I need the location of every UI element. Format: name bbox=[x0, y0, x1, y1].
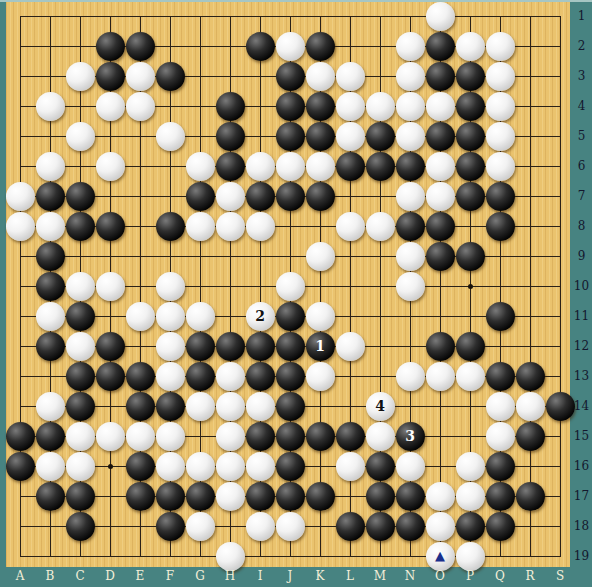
stone bbox=[486, 92, 515, 121]
stone bbox=[216, 422, 245, 451]
go-app-window: 2143▲ ABCDEFGHIJKLMNOPQRS123456789101112… bbox=[0, 0, 592, 587]
stone bbox=[186, 212, 215, 241]
row-label: 17 bbox=[571, 489, 592, 503]
stone bbox=[396, 212, 425, 241]
stone bbox=[486, 62, 515, 91]
stone bbox=[426, 92, 455, 121]
column-label: I bbox=[250, 569, 270, 583]
stone bbox=[456, 512, 485, 541]
row-label: 6 bbox=[571, 159, 592, 173]
stone bbox=[426, 482, 455, 511]
stone bbox=[156, 512, 185, 541]
stone bbox=[186, 392, 215, 421]
stone bbox=[216, 452, 245, 481]
stone bbox=[306, 62, 335, 91]
stone bbox=[276, 62, 305, 91]
row-label: 18 bbox=[571, 519, 592, 533]
stone bbox=[486, 392, 515, 421]
stone bbox=[66, 332, 95, 361]
column-label: H bbox=[220, 569, 240, 583]
stone bbox=[276, 452, 305, 481]
stone bbox=[66, 422, 95, 451]
stone bbox=[486, 482, 515, 511]
move-number-label: 2 bbox=[255, 309, 265, 323]
stone bbox=[306, 32, 335, 61]
row-label: 8 bbox=[571, 219, 592, 233]
row-label: 3 bbox=[571, 69, 592, 83]
column-label: S bbox=[550, 569, 570, 583]
stone bbox=[276, 182, 305, 211]
stone bbox=[306, 182, 335, 211]
stone bbox=[66, 512, 95, 541]
column-label: B bbox=[40, 569, 60, 583]
stone bbox=[336, 152, 365, 181]
move-number-label: 3 bbox=[405, 429, 415, 443]
stone bbox=[396, 272, 425, 301]
stone bbox=[246, 332, 275, 361]
stone bbox=[96, 152, 125, 181]
column-label: K bbox=[310, 569, 330, 583]
stone bbox=[426, 32, 455, 61]
stone bbox=[426, 122, 455, 151]
row-label: 5 bbox=[571, 129, 592, 143]
stone bbox=[366, 452, 395, 481]
stone bbox=[396, 512, 425, 541]
stone bbox=[156, 122, 185, 151]
column-label: A bbox=[10, 569, 30, 583]
stone bbox=[36, 212, 65, 241]
stone bbox=[336, 512, 365, 541]
star-point bbox=[468, 284, 473, 289]
row-label: 2 bbox=[571, 39, 592, 53]
stone bbox=[336, 212, 365, 241]
stone bbox=[66, 272, 95, 301]
stone bbox=[156, 422, 185, 451]
stone bbox=[366, 152, 395, 181]
stone bbox=[396, 92, 425, 121]
column-label: C bbox=[70, 569, 90, 583]
stone bbox=[126, 422, 155, 451]
stone bbox=[216, 152, 245, 181]
stone bbox=[216, 482, 245, 511]
stone bbox=[96, 62, 125, 91]
stone bbox=[276, 422, 305, 451]
stone bbox=[396, 362, 425, 391]
stone bbox=[456, 482, 485, 511]
stone bbox=[36, 152, 65, 181]
star-point bbox=[108, 464, 113, 469]
stone bbox=[66, 302, 95, 331]
stone bbox=[486, 512, 515, 541]
stone bbox=[246, 452, 275, 481]
stone bbox=[96, 32, 125, 61]
stone bbox=[336, 332, 365, 361]
stone bbox=[426, 242, 455, 271]
stone bbox=[126, 92, 155, 121]
stone bbox=[216, 212, 245, 241]
column-label: O bbox=[430, 569, 450, 583]
stone bbox=[306, 362, 335, 391]
stone bbox=[36, 422, 65, 451]
stone bbox=[216, 392, 245, 421]
stone bbox=[36, 302, 65, 331]
stone bbox=[66, 62, 95, 91]
stone bbox=[246, 512, 275, 541]
stone bbox=[36, 182, 65, 211]
row-label: 19 bbox=[571, 549, 592, 563]
stone bbox=[36, 452, 65, 481]
stone bbox=[366, 422, 395, 451]
stone bbox=[156, 272, 185, 301]
stone bbox=[246, 212, 275, 241]
stone bbox=[486, 182, 515, 211]
stone bbox=[276, 362, 305, 391]
stone bbox=[186, 362, 215, 391]
stone bbox=[396, 32, 425, 61]
stone bbox=[426, 212, 455, 241]
row-label: 13 bbox=[571, 369, 592, 383]
stone bbox=[126, 362, 155, 391]
stone bbox=[426, 62, 455, 91]
stone bbox=[276, 32, 305, 61]
stone bbox=[516, 482, 545, 511]
stone bbox=[456, 32, 485, 61]
stone bbox=[96, 332, 125, 361]
column-label: E bbox=[130, 569, 150, 583]
stone bbox=[486, 452, 515, 481]
triangle-marked-stone: ▲ bbox=[426, 542, 455, 571]
move-number-label: 4 bbox=[375, 399, 385, 413]
column-label: R bbox=[520, 569, 540, 583]
stone bbox=[366, 212, 395, 241]
stone bbox=[396, 242, 425, 271]
stone bbox=[66, 212, 95, 241]
stone bbox=[36, 92, 65, 121]
move-number-stone: 2 bbox=[246, 302, 275, 331]
stone bbox=[36, 392, 65, 421]
stone bbox=[456, 362, 485, 391]
stone bbox=[336, 62, 365, 91]
stone bbox=[246, 32, 275, 61]
stone bbox=[36, 242, 65, 271]
stone bbox=[396, 482, 425, 511]
stone bbox=[336, 92, 365, 121]
stone bbox=[156, 302, 185, 331]
stone bbox=[276, 512, 305, 541]
stone bbox=[426, 152, 455, 181]
stone bbox=[246, 152, 275, 181]
stone bbox=[66, 392, 95, 421]
stone bbox=[156, 482, 185, 511]
stone bbox=[336, 422, 365, 451]
column-label: P bbox=[460, 569, 480, 583]
stone bbox=[276, 392, 305, 421]
stone bbox=[336, 122, 365, 151]
stone bbox=[456, 62, 485, 91]
stone bbox=[276, 122, 305, 151]
move-number-label: 1 bbox=[315, 339, 325, 353]
move-number-stone: 4 bbox=[366, 392, 395, 421]
row-label: 9 bbox=[571, 249, 592, 263]
stone bbox=[66, 362, 95, 391]
stone bbox=[366, 122, 395, 151]
stone bbox=[96, 212, 125, 241]
stone bbox=[426, 182, 455, 211]
stone bbox=[276, 92, 305, 121]
stone bbox=[306, 242, 335, 271]
stone bbox=[366, 482, 395, 511]
row-label: 11 bbox=[571, 309, 592, 323]
stone bbox=[186, 512, 215, 541]
stone bbox=[276, 152, 305, 181]
stone bbox=[516, 422, 545, 451]
stone bbox=[126, 62, 155, 91]
stone bbox=[96, 362, 125, 391]
stone bbox=[96, 272, 125, 301]
stone bbox=[486, 32, 515, 61]
stone bbox=[516, 392, 545, 421]
stone bbox=[396, 182, 425, 211]
triangle-marker-icon: ▲ bbox=[435, 549, 445, 562]
stone bbox=[186, 482, 215, 511]
stone bbox=[216, 542, 245, 571]
stone bbox=[396, 122, 425, 151]
stone bbox=[486, 122, 515, 151]
row-label: 15 bbox=[571, 429, 592, 443]
stone bbox=[426, 512, 455, 541]
stone bbox=[276, 332, 305, 361]
stone bbox=[186, 332, 215, 361]
row-label: 1 bbox=[571, 9, 592, 23]
stone bbox=[156, 452, 185, 481]
stone bbox=[306, 122, 335, 151]
stone bbox=[456, 92, 485, 121]
stone bbox=[156, 362, 185, 391]
stone bbox=[276, 302, 305, 331]
stone bbox=[6, 452, 35, 481]
column-label: F bbox=[160, 569, 180, 583]
stone bbox=[396, 62, 425, 91]
stone bbox=[486, 152, 515, 181]
row-label: 16 bbox=[571, 459, 592, 473]
stone bbox=[126, 32, 155, 61]
stone bbox=[246, 422, 275, 451]
stone bbox=[246, 362, 275, 391]
stone bbox=[246, 482, 275, 511]
stone bbox=[426, 2, 455, 31]
stone bbox=[426, 332, 455, 361]
stone bbox=[6, 212, 35, 241]
stone bbox=[126, 392, 155, 421]
stone bbox=[306, 422, 335, 451]
stone bbox=[96, 422, 125, 451]
stone bbox=[186, 302, 215, 331]
stone bbox=[186, 152, 215, 181]
stone bbox=[216, 92, 245, 121]
stone bbox=[396, 452, 425, 481]
stone bbox=[66, 182, 95, 211]
stone bbox=[6, 182, 35, 211]
stone bbox=[126, 452, 155, 481]
stone bbox=[486, 212, 515, 241]
column-label: G bbox=[190, 569, 210, 583]
stone bbox=[486, 302, 515, 331]
stone bbox=[36, 332, 65, 361]
stone bbox=[216, 182, 245, 211]
row-label: 14 bbox=[571, 399, 592, 413]
stone bbox=[306, 302, 335, 331]
stone bbox=[366, 512, 395, 541]
stone bbox=[36, 272, 65, 301]
stone bbox=[456, 332, 485, 361]
column-label: M bbox=[370, 569, 390, 583]
stone bbox=[456, 242, 485, 271]
stone bbox=[516, 362, 545, 391]
stone bbox=[456, 452, 485, 481]
stone bbox=[366, 92, 395, 121]
stone bbox=[96, 92, 125, 121]
stone bbox=[66, 482, 95, 511]
column-label: N bbox=[400, 569, 420, 583]
stone bbox=[276, 272, 305, 301]
stone bbox=[36, 482, 65, 511]
column-label: Q bbox=[490, 569, 510, 583]
stone bbox=[306, 92, 335, 121]
stone bbox=[156, 332, 185, 361]
stone bbox=[336, 452, 365, 481]
stone bbox=[126, 302, 155, 331]
move-number-stone: 3 bbox=[396, 422, 425, 451]
stone bbox=[66, 452, 95, 481]
stone bbox=[456, 182, 485, 211]
stone bbox=[246, 182, 275, 211]
stone bbox=[456, 152, 485, 181]
stone bbox=[426, 362, 455, 391]
column-label: L bbox=[340, 569, 360, 583]
stone bbox=[186, 182, 215, 211]
stone bbox=[456, 122, 485, 151]
column-label: J bbox=[280, 569, 300, 583]
stone bbox=[216, 362, 245, 391]
row-label: 10 bbox=[571, 279, 592, 293]
stone bbox=[306, 152, 335, 181]
stone bbox=[246, 392, 275, 421]
stone bbox=[216, 122, 245, 151]
move-number-stone: 1 bbox=[306, 332, 335, 361]
stone bbox=[276, 482, 305, 511]
stone bbox=[216, 332, 245, 361]
stone bbox=[396, 152, 425, 181]
stone bbox=[66, 122, 95, 151]
column-label: D bbox=[100, 569, 120, 583]
row-label: 4 bbox=[571, 99, 592, 113]
stone bbox=[456, 542, 485, 571]
stone bbox=[156, 62, 185, 91]
row-label: 12 bbox=[571, 339, 592, 353]
stone bbox=[6, 422, 35, 451]
stone bbox=[156, 392, 185, 421]
stone bbox=[126, 482, 155, 511]
stone bbox=[486, 362, 515, 391]
row-label: 7 bbox=[571, 189, 592, 203]
stone bbox=[306, 482, 335, 511]
stone bbox=[486, 422, 515, 451]
stone bbox=[156, 212, 185, 241]
stone bbox=[186, 452, 215, 481]
